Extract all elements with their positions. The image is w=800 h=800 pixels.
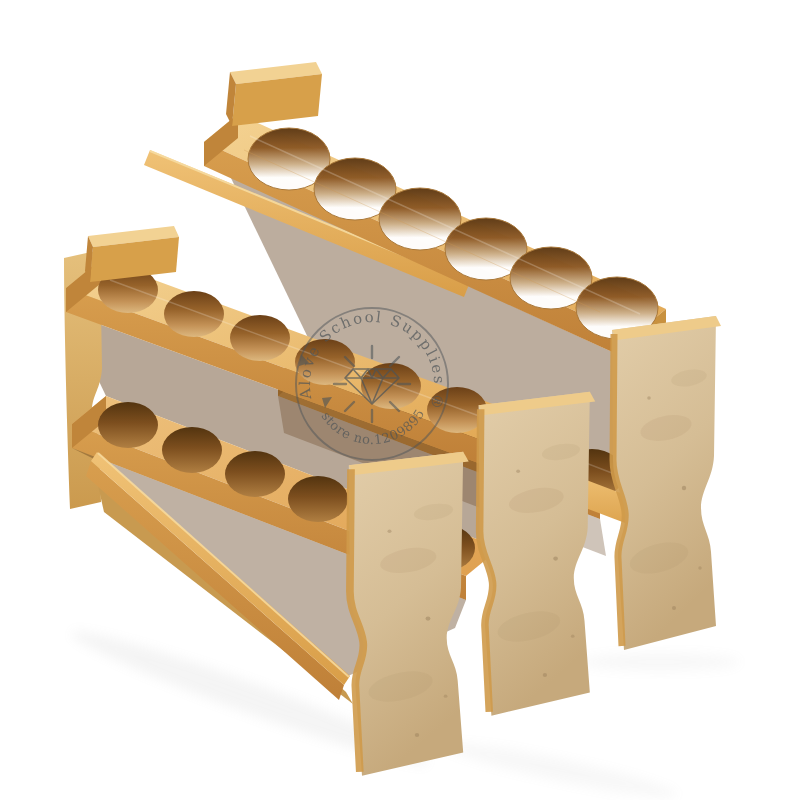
back-rack-left-tab <box>226 62 322 126</box>
test-tube-rack-illustration: Alove School Supplies ® store no.1209895 <box>0 0 800 800</box>
product-photo: Alove School Supplies ® store no.1209895 <box>0 0 800 800</box>
front-right-end-panel <box>349 452 469 776</box>
middle-end-panel <box>479 392 596 716</box>
back-right-end-panel <box>612 316 721 650</box>
front-rack-left-tab <box>85 226 179 282</box>
